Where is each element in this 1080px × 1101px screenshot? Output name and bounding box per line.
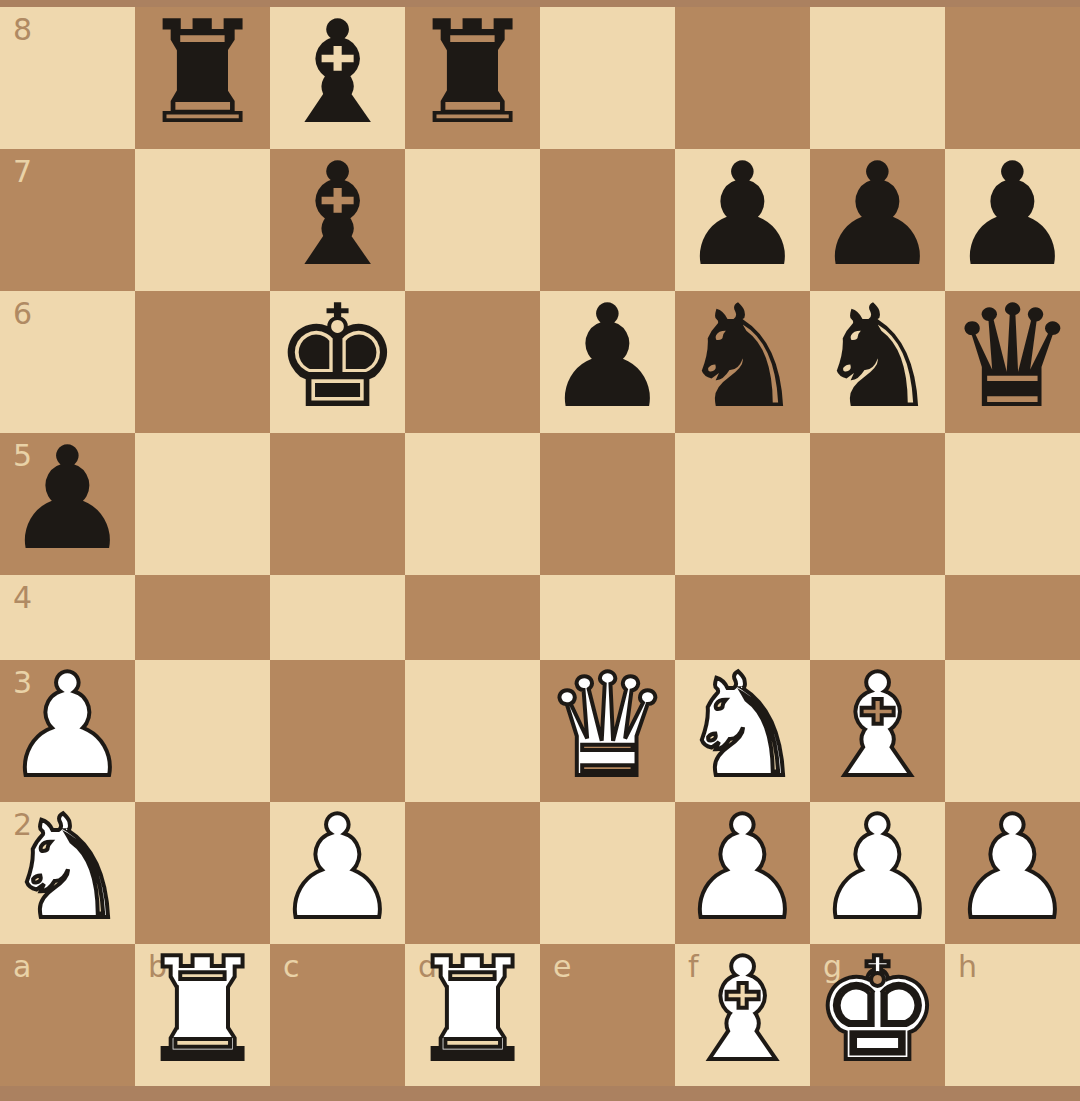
square-b2[interactable] [135,802,270,944]
square-h3[interactable] [945,660,1080,802]
square-d2[interactable] [405,802,540,944]
square-c7[interactable]: ♝ [270,149,405,291]
square-f5[interactable] [675,433,810,575]
piece-white-queen[interactable]: ♛ [544,655,671,797]
piece-white-bishop[interactable]: ♝ [814,655,941,797]
chess-board: 8♜♝♜7♝♟♟♟6♚♟♞♞♛5♟43♟♛♞♝2♞♟♟♟♟ab♜cd♜ef♝g♚… [0,7,1080,1086]
rank-label-8: 8 [13,15,32,45]
square-c8[interactable]: ♝ [270,7,405,149]
square-g3[interactable]: ♝ [810,660,945,802]
square-c6[interactable]: ♚ [270,291,405,433]
piece-white-bishop[interactable]: ♝ [679,939,806,1081]
piece-black-bishop[interactable]: ♝ [274,2,401,144]
square-h2[interactable]: ♟ [945,802,1080,944]
square-f8[interactable] [675,7,810,149]
piece-white-rook[interactable]: ♜ [139,939,266,1081]
square-h1[interactable]: h [945,944,1080,1086]
square-d3[interactable] [405,660,540,802]
square-b6[interactable] [135,291,270,433]
square-e5[interactable] [540,433,675,575]
square-g5[interactable] [810,433,945,575]
square-e3[interactable]: ♛ [540,660,675,802]
square-d8[interactable]: ♜ [405,7,540,149]
board-bottom-edge [0,1086,1080,1101]
piece-black-pawn[interactable]: ♟ [544,286,671,428]
file-label-a: a [13,952,31,982]
square-f1[interactable]: f♝ [675,944,810,1086]
square-f7[interactable]: ♟ [675,149,810,291]
square-d6[interactable] [405,291,540,433]
square-b5[interactable] [135,433,270,575]
square-g7[interactable]: ♟ [810,149,945,291]
square-b4[interactable] [135,575,270,660]
square-a1[interactable]: a [0,944,135,1086]
file-label-h: h [958,952,977,982]
piece-black-knight[interactable]: ♞ [814,286,941,428]
square-c1[interactable]: c [270,944,405,1086]
square-b8[interactable]: ♜ [135,7,270,149]
square-g1[interactable]: g♚ [810,944,945,1086]
square-c2[interactable]: ♟ [270,802,405,944]
square-e8[interactable] [540,7,675,149]
rank-label-4: 4 [13,583,32,613]
square-a7[interactable]: 7 [0,149,135,291]
square-b1[interactable]: b♜ [135,944,270,1086]
piece-white-pawn[interactable]: ♟ [949,797,1076,939]
file-label-e: e [553,952,571,982]
piece-black-king[interactable]: ♚ [274,286,401,428]
square-d5[interactable] [405,433,540,575]
piece-white-pawn[interactable]: ♟ [679,797,806,939]
square-a3[interactable]: 3♟ [0,660,135,802]
square-f2[interactable]: ♟ [675,802,810,944]
piece-white-knight[interactable]: ♞ [4,797,131,939]
square-a5[interactable]: 5♟ [0,433,135,575]
square-e2[interactable] [540,802,675,944]
file-label-c: c [283,952,300,982]
square-g6[interactable]: ♞ [810,291,945,433]
square-d1[interactable]: d♜ [405,944,540,1086]
piece-black-pawn[interactable]: ♟ [949,144,1076,286]
piece-white-pawn[interactable]: ♟ [274,797,401,939]
square-a2[interactable]: 2♞ [0,802,135,944]
square-f6[interactable]: ♞ [675,291,810,433]
square-b7[interactable] [135,149,270,291]
square-g8[interactable] [810,7,945,149]
square-c4[interactable] [270,575,405,660]
square-b3[interactable] [135,660,270,802]
square-h4[interactable] [945,575,1080,660]
square-d4[interactable] [405,575,540,660]
piece-black-rook[interactable]: ♜ [139,2,266,144]
piece-white-king[interactable]: ♚ [814,939,941,1081]
rank-label-7: 7 [13,157,32,187]
square-h7[interactable]: ♟ [945,149,1080,291]
piece-white-knight[interactable]: ♞ [679,655,806,797]
piece-white-pawn[interactable]: ♟ [814,797,941,939]
square-c5[interactable] [270,433,405,575]
square-h6[interactable]: ♛ [945,291,1080,433]
square-g2[interactable]: ♟ [810,802,945,944]
square-a8[interactable]: 8 [0,7,135,149]
piece-black-queen[interactable]: ♛ [949,286,1076,428]
square-e6[interactable]: ♟ [540,291,675,433]
square-f3[interactable]: ♞ [675,660,810,802]
square-a6[interactable]: 6 [0,291,135,433]
square-h5[interactable] [945,433,1080,575]
piece-black-knight[interactable]: ♞ [679,286,806,428]
piece-black-pawn[interactable]: ♟ [4,428,131,570]
square-h8[interactable] [945,7,1080,149]
piece-black-bishop[interactable]: ♝ [274,144,401,286]
piece-black-pawn[interactable]: ♟ [679,144,806,286]
piece-black-pawn[interactable]: ♟ [814,144,941,286]
piece-white-rook[interactable]: ♜ [409,939,536,1081]
square-c3[interactable] [270,660,405,802]
piece-black-rook[interactable]: ♜ [409,2,536,144]
square-e7[interactable] [540,149,675,291]
piece-white-pawn[interactable]: ♟ [4,655,131,797]
square-e1[interactable]: e [540,944,675,1086]
rank-label-6: 6 [13,299,32,329]
square-d7[interactable] [405,149,540,291]
